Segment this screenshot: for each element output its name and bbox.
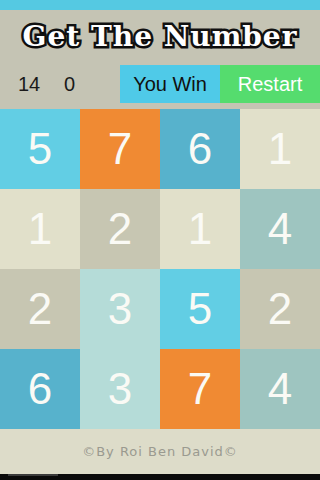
tile-r3c1[interactable]: 2 bbox=[0, 269, 80, 349]
you-win-status: You Win bbox=[120, 65, 220, 103]
credit-text: ©By Roi Ben David© bbox=[82, 444, 238, 459]
tile-r3c4[interactable]: 2 bbox=[240, 269, 320, 349]
tile-r1c3[interactable]: 6 bbox=[160, 109, 240, 189]
app-screen: Get The Number 14 0 You Win Restart 5761… bbox=[0, 0, 320, 480]
tile-r4c4[interactable]: 4 bbox=[240, 349, 320, 429]
tile-r3c3[interactable]: 5 bbox=[160, 269, 240, 349]
tile-r4c3[interactable]: 7 bbox=[160, 349, 240, 429]
ad-banner-edge bbox=[8, 474, 58, 476]
tile-r1c2[interactable]: 7 bbox=[80, 109, 160, 189]
score-value: 0 bbox=[64, 65, 75, 103]
tile-r4c2[interactable]: 3 bbox=[80, 349, 160, 429]
tile-r2c1[interactable]: 1 bbox=[0, 189, 80, 269]
tile-r1c1[interactable]: 5 bbox=[0, 109, 80, 189]
tile-r2c2[interactable]: 2 bbox=[80, 189, 160, 269]
tile-r2c4[interactable]: 4 bbox=[240, 189, 320, 269]
tile-r4c1[interactable]: 6 bbox=[0, 349, 80, 429]
header: Get The Number 14 0 You Win Restart bbox=[0, 10, 320, 109]
app-title: Get The Number bbox=[0, 20, 320, 53]
target-number: 14 bbox=[18, 65, 40, 103]
bottom-strip bbox=[0, 474, 320, 480]
tile-r2c3[interactable]: 1 bbox=[160, 189, 240, 269]
footer: ©By Roi Ben David© bbox=[0, 429, 320, 474]
tile-r3c2[interactable]: 3 bbox=[80, 269, 160, 349]
game-board: 5761121423526374 bbox=[0, 109, 320, 429]
tile-r1c4[interactable]: 1 bbox=[240, 109, 320, 189]
status-bar bbox=[0, 0, 320, 10]
restart-button[interactable]: Restart bbox=[220, 65, 320, 103]
hud-row: 14 0 You Win Restart bbox=[0, 65, 320, 103]
